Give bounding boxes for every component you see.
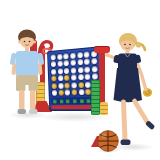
girl-kicked-leg xyxy=(135,101,150,125)
cell-r4c7 xyxy=(92,73,98,79)
girl-dress-bodice xyxy=(118,54,137,71)
cell-r3c2 xyxy=(57,68,62,74)
girl-left-hand xyxy=(144,88,148,92)
right-green-disc-stack xyxy=(91,80,100,115)
cell-r1c2 xyxy=(57,54,62,60)
cell-r3c5 xyxy=(78,67,84,73)
girl-right-hand xyxy=(105,53,109,57)
product-photo-scene xyxy=(0,0,160,160)
cell-r4c5 xyxy=(78,74,84,80)
cell-r6c4 xyxy=(72,89,78,95)
cell-r6c2 xyxy=(58,90,63,96)
slider-knob-3 xyxy=(66,99,70,103)
cell-r6c5 xyxy=(78,89,84,95)
cell-r4c2 xyxy=(58,75,63,81)
cell-r1c4 xyxy=(70,52,76,58)
cell-r5c2 xyxy=(58,83,63,89)
cell-r4c4 xyxy=(71,75,77,81)
girl-shoe xyxy=(121,140,131,146)
cell-r2c6 xyxy=(84,59,90,65)
boy-shoe xyxy=(29,109,38,114)
boy-figure xyxy=(4,26,50,118)
cell-r5c3 xyxy=(65,82,70,88)
slider-knob-1 xyxy=(53,99,57,103)
cell-r3c6 xyxy=(85,66,91,72)
basketball xyxy=(97,130,119,152)
cell-r3c1 xyxy=(51,68,56,74)
cell-r5c5 xyxy=(78,82,84,88)
slider-knob-4 xyxy=(73,99,77,103)
cell-r2c2 xyxy=(57,61,62,67)
cell-r1c6 xyxy=(84,51,90,57)
cell-r5c1 xyxy=(51,83,56,89)
cell-r2c1 xyxy=(51,61,56,67)
girl-dress-skirt xyxy=(114,68,143,102)
girl-standing-leg xyxy=(124,102,126,140)
slider-knob-5 xyxy=(80,98,84,102)
cell-r1c3 xyxy=(63,53,68,59)
cell-r2c4 xyxy=(70,60,76,66)
cell-r2c7 xyxy=(91,58,97,65)
cell-r6c3 xyxy=(65,90,70,96)
boy-shoe xyxy=(18,109,27,114)
cell-r6c1 xyxy=(52,90,57,96)
cell-r4c6 xyxy=(85,74,91,80)
cell-r4c3 xyxy=(64,75,69,81)
cell-r5c4 xyxy=(71,82,77,88)
slider-knob-2 xyxy=(59,99,63,103)
cell-r2c5 xyxy=(77,59,83,65)
cell-r1c5 xyxy=(77,52,83,58)
cell-r3c3 xyxy=(64,68,69,74)
cell-r4c1 xyxy=(51,76,56,82)
boy-shirt xyxy=(16,51,39,77)
cell-r2c3 xyxy=(64,60,69,66)
cell-r3c4 xyxy=(71,67,77,73)
cell-r1c1 xyxy=(50,54,55,60)
cell-r3c7 xyxy=(92,66,98,72)
